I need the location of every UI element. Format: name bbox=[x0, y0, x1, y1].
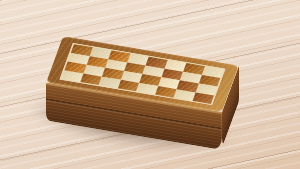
photo-scene bbox=[0, 0, 300, 169]
board-square-dark bbox=[155, 86, 177, 98]
board-square-dark bbox=[192, 92, 214, 104]
board-square-light bbox=[99, 76, 121, 88]
